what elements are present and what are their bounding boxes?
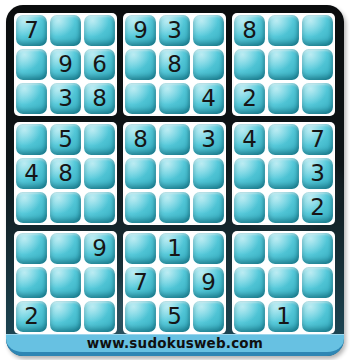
cell-r9c7[interactable] (234, 301, 265, 332)
cell-r4c1[interactable] (16, 124, 47, 155)
cell-r7c4[interactable] (125, 233, 156, 264)
cell-r6c9[interactable]: 2 (302, 192, 333, 223)
cell-r2c4[interactable] (125, 49, 156, 80)
cell-r9c4[interactable] (125, 301, 156, 332)
cell-r8c1[interactable] (16, 267, 47, 298)
cell-r3c6[interactable]: 4 (193, 83, 224, 114)
cell-r6c4[interactable] (125, 192, 156, 223)
box-2-1: 548 (14, 122, 117, 225)
cell-r2c8[interactable] (268, 49, 299, 80)
cell-r5c4[interactable] (125, 158, 156, 189)
cell-r5c2[interactable]: 8 (50, 158, 81, 189)
cell-r6c1[interactable] (16, 192, 47, 223)
cell-r2c6[interactable] (193, 49, 224, 80)
cell-r6c5[interactable] (159, 192, 190, 223)
cell-r1c3[interactable] (84, 15, 115, 46)
cell-r7c3[interactable]: 9 (84, 233, 115, 264)
sudoku-board-frame: 796389384825488347329217951 www.sudokusw… (6, 5, 344, 356)
cell-r9c3[interactable] (84, 301, 115, 332)
cell-r6c6[interactable] (193, 192, 224, 223)
cell-r9c9[interactable] (302, 301, 333, 332)
cell-r7c8[interactable] (268, 233, 299, 264)
sudoku-grid: 796389384825488347329217951 (14, 13, 335, 334)
cell-r7c5[interactable]: 1 (159, 233, 190, 264)
cell-r1c9[interactable] (302, 15, 333, 46)
cell-r1c4[interactable]: 9 (125, 15, 156, 46)
box-3-1: 92 (14, 231, 117, 334)
cell-r9c1[interactable]: 2 (16, 301, 47, 332)
site-url: www.sudokusweb.com (87, 335, 263, 351)
cell-r3c4[interactable] (125, 83, 156, 114)
cell-r8c9[interactable] (302, 267, 333, 298)
cell-r8c6[interactable]: 9 (193, 267, 224, 298)
cell-r7c2[interactable] (50, 233, 81, 264)
cell-r3c3[interactable]: 8 (84, 83, 115, 114)
cell-r2c5[interactable]: 8 (159, 49, 190, 80)
box-1-3: 82 (232, 13, 335, 116)
cell-r8c3[interactable] (84, 267, 115, 298)
cell-r1c2[interactable] (50, 15, 81, 46)
cell-r3c2[interactable]: 3 (50, 83, 81, 114)
cell-r8c2[interactable] (50, 267, 81, 298)
cell-r6c8[interactable] (268, 192, 299, 223)
cell-r3c7[interactable]: 2 (234, 83, 265, 114)
footer-bar: www.sudokusweb.com (6, 334, 344, 356)
cell-r4c2[interactable]: 5 (50, 124, 81, 155)
cell-r2c1[interactable] (16, 49, 47, 80)
cell-r3c8[interactable] (268, 83, 299, 114)
cell-r5c5[interactable] (159, 158, 190, 189)
cell-r3c9[interactable] (302, 83, 333, 114)
cell-r2c9[interactable] (302, 49, 333, 80)
cell-r6c2[interactable] (50, 192, 81, 223)
cell-r7c7[interactable] (234, 233, 265, 264)
cell-r1c5[interactable]: 3 (159, 15, 190, 46)
cell-r9c2[interactable] (50, 301, 81, 332)
box-2-3: 4732 (232, 122, 335, 225)
cell-r5c8[interactable] (268, 158, 299, 189)
cell-r4c9[interactable]: 7 (302, 124, 333, 155)
cell-r6c7[interactable] (234, 192, 265, 223)
cell-r3c1[interactable] (16, 83, 47, 114)
cell-r4c7[interactable]: 4 (234, 124, 265, 155)
box-3-3: 1 (232, 231, 335, 334)
cell-r1c7[interactable]: 8 (234, 15, 265, 46)
cell-r1c8[interactable] (268, 15, 299, 46)
cell-r1c1[interactable]: 7 (16, 15, 47, 46)
cell-r5c1[interactable]: 4 (16, 158, 47, 189)
cell-r4c5[interactable] (159, 124, 190, 155)
cell-r8c8[interactable] (268, 267, 299, 298)
cell-r8c7[interactable] (234, 267, 265, 298)
box-1-1: 79638 (14, 13, 117, 116)
cell-r5c7[interactable] (234, 158, 265, 189)
cell-r5c6[interactable] (193, 158, 224, 189)
cell-r5c9[interactable]: 3 (302, 158, 333, 189)
cell-r9c5[interactable]: 5 (159, 301, 190, 332)
cell-r7c1[interactable] (16, 233, 47, 264)
cell-r4c3[interactable] (84, 124, 115, 155)
cell-r4c6[interactable]: 3 (193, 124, 224, 155)
cell-r8c4[interactable]: 7 (125, 267, 156, 298)
cell-r1c6[interactable] (193, 15, 224, 46)
cell-r9c8[interactable]: 1 (268, 301, 299, 332)
cell-r2c7[interactable] (234, 49, 265, 80)
cell-r2c3[interactable]: 6 (84, 49, 115, 80)
cell-r4c8[interactable] (268, 124, 299, 155)
cell-r2c2[interactable]: 9 (50, 49, 81, 80)
cell-r9c6[interactable] (193, 301, 224, 332)
box-1-2: 9384 (123, 13, 226, 116)
cell-r7c9[interactable] (302, 233, 333, 264)
cell-r8c5[interactable] (159, 267, 190, 298)
box-2-2: 83 (123, 122, 226, 225)
cell-r5c3[interactable] (84, 158, 115, 189)
box-3-2: 1795 (123, 231, 226, 334)
cell-r6c3[interactable] (84, 192, 115, 223)
cell-r7c6[interactable] (193, 233, 224, 264)
cell-r4c4[interactable]: 8 (125, 124, 156, 155)
cell-r3c5[interactable] (159, 83, 190, 114)
